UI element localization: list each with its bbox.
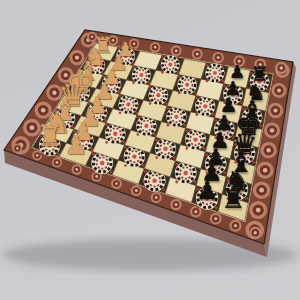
border-medallion: [192, 49, 203, 60]
piece-black-rook-a8[interactable]: ♜: [221, 186, 245, 213]
border-medallion: [213, 52, 224, 63]
border-medallion: [12, 143, 22, 153]
border-medallion: [229, 220, 241, 232]
border-medallion: [131, 185, 142, 196]
border-medallion: [268, 103, 283, 118]
border-medallion: [190, 206, 202, 218]
border-medallion: [249, 201, 267, 219]
border-medallion: [170, 199, 181, 210]
border-medallion: [275, 62, 287, 74]
border-medallion: [210, 213, 222, 225]
border-medallion: [264, 122, 280, 138]
border-medallion: [52, 157, 62, 167]
border-medallion: [253, 182, 270, 199]
piece-white-pawn-a2[interactable]: ♟: [64, 133, 87, 159]
border-medallion: [272, 83, 287, 98]
photo-background: ♜♟♞♟♟♝♜♟♚♟♟♞♛♟♟♝♝♟♟♞♚♟♜♟♛♟♟♝♟♞♟♜: [0, 0, 300, 300]
border-medallion: [257, 162, 274, 179]
piece-black-pawn-a7[interactable]: ♟: [196, 179, 218, 204]
border-medallion: [151, 192, 162, 203]
border-medallion: [72, 164, 82, 174]
border-medallion: [260, 142, 276, 158]
border-medallion: [150, 42, 161, 53]
piece-white-rook-a1[interactable]: ♜: [37, 122, 63, 151]
border-medallion: [171, 45, 182, 56]
border-medallion: [249, 227, 261, 239]
border-medallion: [111, 178, 122, 189]
